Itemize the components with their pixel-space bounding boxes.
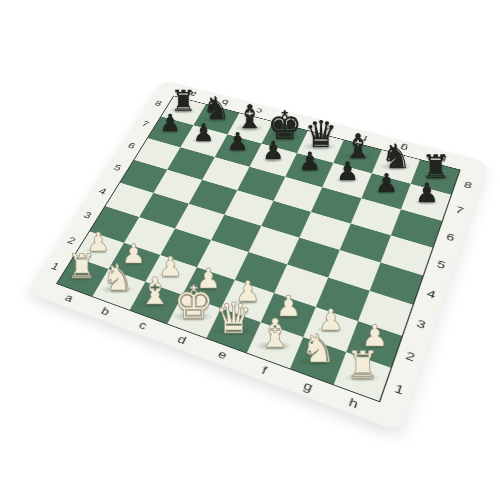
rank-label-right-4: 4 xyxy=(420,285,442,303)
product-photo-chess-set: aa11bb22cc33dd44ee55ff66gg77hh88 ♜♞♝♚♛♝♞… xyxy=(0,0,500,500)
file-label-bottom-f: f xyxy=(253,361,276,381)
file-label-bottom-d: d xyxy=(171,331,193,349)
file-label-bottom-e: e xyxy=(211,345,234,364)
rank-label-right-6: 6 xyxy=(440,229,461,245)
rank-label-right-2: 2 xyxy=(399,347,422,367)
rank-label-right-8: 8 xyxy=(458,178,478,193)
file-label-bottom-a: a xyxy=(58,290,79,307)
rank-label-right-1: 1 xyxy=(387,380,411,401)
rank-label-right-3: 3 xyxy=(410,315,433,334)
file-label-bottom-h: h xyxy=(341,393,365,414)
file-label-bottom-b: b xyxy=(94,303,116,320)
file-label-bottom-c: c xyxy=(132,317,154,335)
rank-label-right-7: 7 xyxy=(449,203,470,218)
file-label-bottom-g: g xyxy=(296,377,319,397)
board-mat: aa11bb22cc33dd44ee55ff66gg77hh88 xyxy=(27,80,488,432)
rank-label-right-5: 5 xyxy=(430,257,452,274)
